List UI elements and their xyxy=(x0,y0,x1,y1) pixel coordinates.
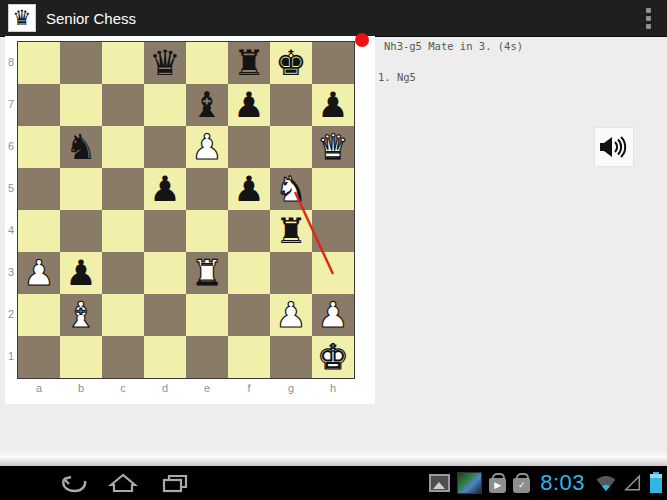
square-h4[interactable] xyxy=(312,210,354,252)
square-g5[interactable]: ♞ xyxy=(270,168,312,210)
file-label-e: e xyxy=(186,382,228,394)
chess-board: ♛♜♚♝♟♟♞♟♛♟♟♞♜♟♟♜♝♟♟♚ xyxy=(17,41,355,379)
piece-black-pawn[interactable]: ♟ xyxy=(228,84,270,126)
square-d6[interactable] xyxy=(144,126,186,168)
piece-black-knight[interactable]: ♞ xyxy=(60,126,102,168)
square-d3[interactable] xyxy=(144,252,186,294)
piece-white-pawn[interactable]: ♟ xyxy=(186,126,228,168)
status-tray: ▶ ✓ 8:03 xyxy=(429,466,662,500)
square-c8[interactable] xyxy=(102,42,144,84)
piece-black-pawn[interactable]: ♟ xyxy=(60,252,102,294)
square-e7[interactable]: ♝ xyxy=(186,84,228,126)
play-store-update-icon: ✓ xyxy=(513,478,530,493)
square-e5[interactable] xyxy=(186,168,228,210)
square-d5[interactable]: ♟ xyxy=(144,168,186,210)
square-f2[interactable] xyxy=(228,294,270,336)
square-f4[interactable] xyxy=(228,210,270,252)
piece-white-rook[interactable]: ♜ xyxy=(186,252,228,294)
square-f7[interactable]: ♟ xyxy=(228,84,270,126)
square-f1[interactable] xyxy=(228,336,270,378)
piece-black-pawn[interactable]: ♟ xyxy=(312,84,354,126)
square-a6[interactable] xyxy=(18,126,60,168)
square-b5[interactable] xyxy=(60,168,102,210)
piece-white-pawn[interactable]: ♟ xyxy=(18,252,60,294)
square-h8[interactable] xyxy=(312,42,354,84)
tablet-screen: ♛ Senior Chess 87654321 ♛♜♚♝♟♟♞♟♛♟♟♞♜♟♟♜… xyxy=(0,0,667,500)
square-b3[interactable]: ♟ xyxy=(60,252,102,294)
cell-signal-icon xyxy=(624,474,641,492)
square-a3[interactable]: ♟ xyxy=(18,252,60,294)
square-e4[interactable] xyxy=(186,210,228,252)
puzzle-status-text: Nh3-g5 Mate in 3. (4s) xyxy=(384,40,667,52)
home-button[interactable] xyxy=(100,466,146,500)
rank-labels: 87654321 xyxy=(5,41,17,377)
square-d1[interactable] xyxy=(144,336,186,378)
system-nav-bar: ▶ ✓ 8:03 xyxy=(0,466,667,500)
square-b4[interactable] xyxy=(60,210,102,252)
square-c7[interactable] xyxy=(102,84,144,126)
battery-icon xyxy=(650,474,662,493)
piece-black-pawn[interactable]: ♟ xyxy=(228,168,270,210)
square-g6[interactable] xyxy=(270,126,312,168)
home-icon xyxy=(108,472,138,494)
piece-black-queen[interactable]: ♛ xyxy=(144,42,186,84)
square-g3[interactable] xyxy=(270,252,312,294)
square-f5[interactable]: ♟ xyxy=(228,168,270,210)
overflow-dot xyxy=(646,24,651,29)
square-c4[interactable] xyxy=(102,210,144,252)
file-label-h: h xyxy=(312,382,354,394)
rank-label-5: 5 xyxy=(5,167,17,209)
file-label-b: b xyxy=(60,382,102,394)
back-icon xyxy=(57,472,91,494)
piece-black-rook[interactable]: ♜ xyxy=(228,42,270,84)
action-bar: ♛ Senior Chess xyxy=(0,0,667,37)
square-e1[interactable] xyxy=(186,336,228,378)
square-e8[interactable] xyxy=(186,42,228,84)
square-g4[interactable]: ♜ xyxy=(270,210,312,252)
file-label-g: g xyxy=(270,382,312,394)
rank-label-3: 3 xyxy=(5,251,17,293)
recents-button[interactable] xyxy=(152,466,198,500)
square-a1[interactable] xyxy=(18,336,60,378)
piece-white-king[interactable]: ♚ xyxy=(312,336,354,378)
play-store-download-icon: ▶ xyxy=(489,478,506,493)
file-label-c: c xyxy=(102,382,144,394)
square-d2[interactable] xyxy=(144,294,186,336)
app-thumbnail-icon xyxy=(457,472,482,494)
square-h7[interactable]: ♟ xyxy=(312,84,354,126)
engine-alert-dot xyxy=(355,33,369,47)
square-c1[interactable] xyxy=(102,336,144,378)
wifi-icon xyxy=(595,474,617,492)
square-b8[interactable] xyxy=(60,42,102,84)
square-b1[interactable] xyxy=(60,336,102,378)
square-b2[interactable]: ♝ xyxy=(60,294,102,336)
board-card: 87654321 ♛♜♚♝♟♟♞♟♛♟♟♞♜♟♟♜♝♟♟♚ abcdefgh xyxy=(5,36,375,404)
square-f6[interactable] xyxy=(228,126,270,168)
app-icon: ♛ xyxy=(8,4,36,32)
square-a8[interactable] xyxy=(18,42,60,84)
square-d7[interactable] xyxy=(144,84,186,126)
square-d4[interactable] xyxy=(144,210,186,252)
rank-label-6: 6 xyxy=(5,125,17,167)
overflow-dot xyxy=(646,16,651,21)
overflow-dot xyxy=(646,8,651,13)
square-c5[interactable] xyxy=(102,168,144,210)
square-a7[interactable] xyxy=(18,84,60,126)
file-label-f: f xyxy=(228,382,270,394)
square-c2[interactable] xyxy=(102,294,144,336)
square-g8[interactable]: ♚ xyxy=(270,42,312,84)
square-h1[interactable]: ♚ xyxy=(312,336,354,378)
rank-label-1: 1 xyxy=(5,335,17,377)
move-list-text: 1. Ng5 xyxy=(378,71,667,83)
square-g2[interactable]: ♟ xyxy=(270,294,312,336)
speaker-icon xyxy=(599,134,629,160)
screenshot-notification-icon xyxy=(429,474,450,492)
square-h6[interactable]: ♛ xyxy=(312,126,354,168)
overflow-menu-icon[interactable] xyxy=(642,0,655,36)
square-e3[interactable]: ♜ xyxy=(186,252,228,294)
square-h2[interactable]: ♟ xyxy=(312,294,354,336)
square-g7[interactable] xyxy=(270,84,312,126)
piece-white-queen[interactable]: ♛ xyxy=(312,126,354,168)
square-f3[interactable] xyxy=(228,252,270,294)
piece-white-pawn[interactable]: ♟ xyxy=(312,294,354,336)
piece-black-king[interactable]: ♚ xyxy=(270,42,312,84)
square-c6[interactable] xyxy=(102,126,144,168)
piece-black-bishop[interactable]: ♝ xyxy=(186,84,228,126)
square-h5[interactable] xyxy=(312,168,354,210)
sound-button[interactable] xyxy=(594,127,634,167)
square-c3[interactable] xyxy=(102,252,144,294)
file-label-d: d xyxy=(144,382,186,394)
back-button[interactable] xyxy=(52,466,96,500)
info-panel: Nh3-g5 Mate in 3. (4s) 1. Ng5 xyxy=(374,36,667,450)
recents-icon xyxy=(160,472,190,494)
square-b7[interactable] xyxy=(60,84,102,126)
square-d8[interactable]: ♛ xyxy=(144,42,186,84)
scroll-edge-glow xyxy=(0,450,667,466)
piece-black-rook[interactable]: ♜ xyxy=(270,210,312,252)
square-h3[interactable] xyxy=(312,252,354,294)
piece-black-pawn[interactable]: ♟ xyxy=(144,168,186,210)
rank-label-8: 8 xyxy=(5,41,17,83)
piece-white-pawn[interactable]: ♟ xyxy=(270,294,312,336)
square-a2[interactable] xyxy=(18,294,60,336)
square-a4[interactable] xyxy=(18,210,60,252)
rank-label-2: 2 xyxy=(5,293,17,335)
square-a5[interactable] xyxy=(18,168,60,210)
rank-label-7: 7 xyxy=(5,83,17,125)
square-e2[interactable] xyxy=(186,294,228,336)
app-title: Senior Chess xyxy=(46,10,136,27)
piece-white-bishop[interactable]: ♝ xyxy=(60,294,102,336)
file-label-a: a xyxy=(18,382,60,394)
square-e6[interactable]: ♟ xyxy=(186,126,228,168)
rank-label-4: 4 xyxy=(5,209,17,251)
status-clock: 8:03 xyxy=(540,470,585,496)
square-f8[interactable]: ♜ xyxy=(228,42,270,84)
square-b6[interactable]: ♞ xyxy=(60,126,102,168)
square-g1[interactable] xyxy=(270,336,312,378)
file-labels: abcdefgh xyxy=(18,382,354,394)
piece-white-knight[interactable]: ♞ xyxy=(270,168,312,210)
